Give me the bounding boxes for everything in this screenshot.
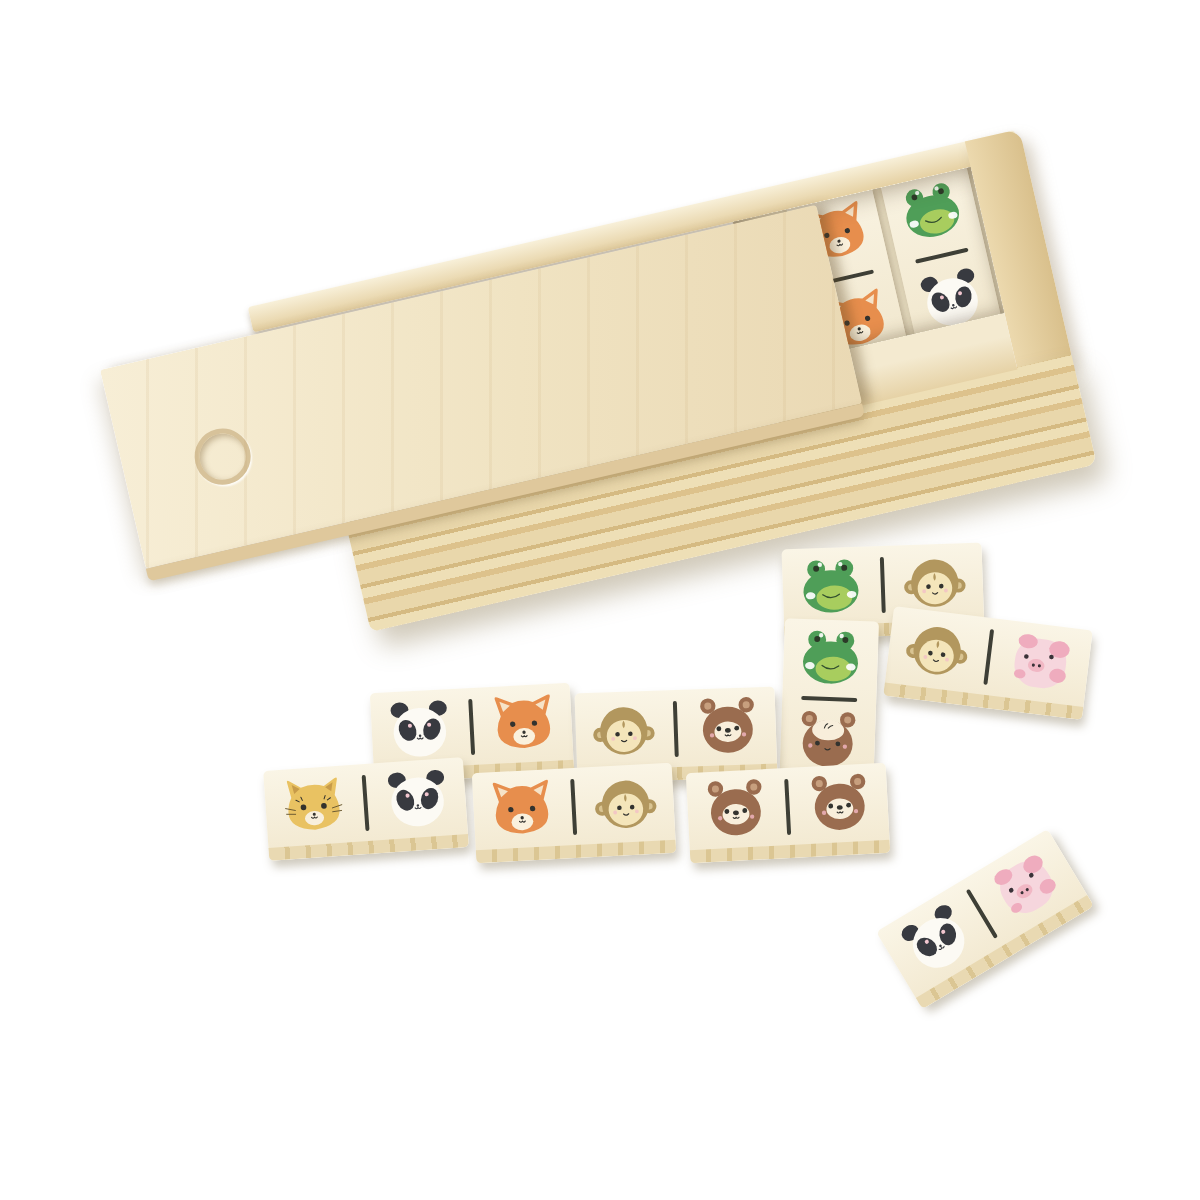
domino-monkey-pig[interactable]	[883, 606, 1092, 720]
product-photo-scene	[0, 0, 1200, 1200]
frog-face-icon	[792, 624, 870, 691]
pig-face-icon	[997, 626, 1084, 699]
panda-face-icon	[375, 764, 459, 833]
fox-face-icon	[480, 775, 563, 843]
domino-face	[686, 763, 890, 850]
monkey-face-icon	[583, 697, 665, 764]
domino-face	[779, 618, 878, 779]
domino-cat-panda[interactable]	[263, 757, 469, 861]
fox-face-icon	[482, 690, 565, 758]
domino-face	[370, 683, 574, 770]
domino-panda-pig[interactable]	[876, 829, 1094, 1009]
monkey-face-icon	[584, 770, 667, 838]
bear-face-icon	[798, 770, 881, 838]
monkey-face-icon	[894, 614, 981, 687]
domino-divider	[880, 556, 886, 612]
bear-face-icon	[694, 775, 777, 843]
monkey-face-icon	[894, 549, 976, 616]
domino-divider	[801, 696, 857, 702]
lid-thumb-hole[interactable]	[189, 423, 256, 490]
domino-bear-bear[interactable]	[686, 763, 890, 863]
cat-face-icon	[272, 771, 356, 840]
frog-face-icon	[790, 553, 872, 620]
panda-face-icon	[378, 695, 461, 763]
frog-face-icon	[889, 173, 975, 250]
domino-fox-monkey[interactable]	[472, 763, 676, 863]
domino-face	[263, 757, 468, 848]
domino-face	[472, 763, 676, 850]
bear-face-icon	[687, 693, 769, 760]
domino-face	[574, 687, 777, 771]
domino-divider	[673, 700, 679, 756]
